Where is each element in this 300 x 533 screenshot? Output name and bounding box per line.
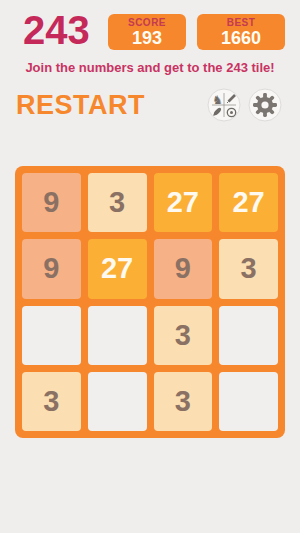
gear-icon (248, 88, 282, 122)
cell-r4c1-tile-3: 3 (22, 372, 81, 431)
cell-r3c4-empty (219, 306, 278, 365)
cell-r4c4-empty (219, 372, 278, 431)
cell-r3c1-empty (22, 306, 81, 365)
cell-r1c2-tile-3: 3 (88, 173, 147, 232)
cell-r2c4-tile-3: 3 (219, 239, 278, 298)
settings-button[interactable] (248, 88, 282, 122)
tagline: Join the numbers and get to the 243 tile… (0, 60, 300, 75)
cell-r4c2-empty (88, 372, 147, 431)
cell-r2c1-tile-9: 9 (22, 239, 81, 298)
cell-r1c3-tile-27: 27 (154, 173, 213, 232)
best-label: BEST (227, 17, 256, 29)
cell-r3c2-empty (88, 306, 147, 365)
mini-games-icon: ♞ (207, 88, 241, 122)
score-value: 193 (132, 29, 162, 48)
more-games-button[interactable]: ♞ (207, 88, 241, 122)
cell-r2c2-tile-27: 27 (88, 239, 147, 298)
cell-r1c4-tile-27: 27 (219, 173, 278, 232)
svg-text:♞: ♞ (212, 93, 223, 107)
score-box: SCORE 193 (108, 14, 186, 50)
cell-r4c3-tile-3: 3 (154, 372, 213, 431)
board-grid: 93272792793333 (22, 173, 278, 431)
cell-r3c3-tile-3: 3 (154, 306, 213, 365)
app-screen: 243 SCORE 193 BEST 1660 Join the numbers… (0, 0, 300, 533)
cell-r2c3-tile-9: 9 (154, 239, 213, 298)
best-value: 1660 (221, 29, 261, 48)
score-label: SCORE (128, 17, 166, 29)
restart-button[interactable]: RESTART (16, 90, 145, 120)
app-title: 243 (23, 9, 90, 51)
cell-r1c1-tile-9: 9 (22, 173, 81, 232)
game-board[interactable]: 93272792793333 (15, 166, 285, 438)
best-box: BEST 1660 (197, 14, 285, 50)
